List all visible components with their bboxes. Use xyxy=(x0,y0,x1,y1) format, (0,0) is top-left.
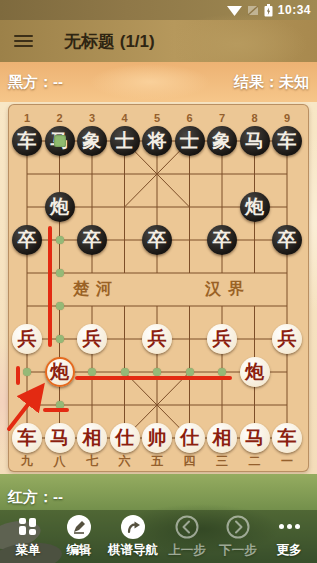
piece-red-兵[interactable]: 兵 xyxy=(77,324,107,354)
file-number-bottom: 五 xyxy=(151,453,163,470)
piece-black-卒[interactable]: 卒 xyxy=(207,225,237,255)
file-number-top: 3 xyxy=(89,112,95,124)
piece-black-炮[interactable]: 炮 xyxy=(45,192,75,222)
edit-pencil-icon xyxy=(67,515,91,539)
board-area: 123456789九八七六五四三二一 楚河 汉界 车马象士将士象马车炮炮卒卒卒卒… xyxy=(0,102,317,474)
game-record-nav-label: 棋谱导航 xyxy=(108,542,158,559)
red-player-text: 红方：-- xyxy=(8,488,63,507)
previous-step-button[interactable]: 上一步 xyxy=(165,515,209,559)
piece-red-兵[interactable]: 兵 xyxy=(142,324,172,354)
move-hint-dot[interactable] xyxy=(23,368,31,376)
piece-red-相[interactable]: 相 xyxy=(77,423,107,453)
file-number-top: 6 xyxy=(186,112,192,124)
edit-button[interactable]: 编辑 xyxy=(57,515,101,559)
game-record-nav-button[interactable]: 棋谱导航 xyxy=(108,515,158,559)
more-button[interactable]: 更多 xyxy=(267,515,311,559)
menu-button[interactable]: 菜单 xyxy=(6,515,50,559)
move-hint-dot[interactable] xyxy=(121,368,129,376)
piece-black-车[interactable]: 车 xyxy=(12,126,42,156)
file-number-bottom: 八 xyxy=(54,453,66,470)
file-number-bottom: 九 xyxy=(21,453,33,470)
file-number-bottom: 四 xyxy=(184,453,196,470)
file-number-top: 4 xyxy=(121,112,127,124)
board-grid-lines xyxy=(9,105,310,473)
hamburger-menu-icon[interactable] xyxy=(14,35,33,48)
more-dots-icon xyxy=(279,515,300,539)
piece-black-卒[interactable]: 卒 xyxy=(272,225,302,255)
piece-red-兵[interactable]: 兵 xyxy=(207,324,237,354)
piece-black-象[interactable]: 象 xyxy=(207,126,237,156)
move-hint-dot[interactable] xyxy=(56,269,64,277)
piece-red-仕[interactable]: 仕 xyxy=(110,423,140,453)
move-hint-dot[interactable] xyxy=(153,368,161,376)
piece-black-士[interactable]: 士 xyxy=(175,126,205,156)
move-hint-dot[interactable] xyxy=(56,401,64,409)
redo-arrow-icon xyxy=(121,515,145,539)
chevron-left-icon xyxy=(175,515,199,539)
piece-red-车[interactable]: 车 xyxy=(12,423,42,453)
file-number-bottom: 六 xyxy=(119,453,131,470)
bottom-toolbar: 菜单 编辑 棋谱导航 xyxy=(0,510,317,563)
chevron-right-icon xyxy=(226,515,250,539)
piece-black-卒[interactable]: 卒 xyxy=(142,225,172,255)
piece-red-炮[interactable]: 炮 xyxy=(240,357,270,387)
file-number-bottom: 二 xyxy=(249,453,261,470)
piece-red-兵[interactable]: 兵 xyxy=(272,324,302,354)
piece-red-马[interactable]: 马 xyxy=(45,423,75,453)
river-label-right: 汉界 xyxy=(205,279,251,300)
black-player-value: -- xyxy=(53,73,63,90)
black-player-text: 黑方：-- xyxy=(8,73,63,92)
piece-black-车[interactable]: 车 xyxy=(272,126,302,156)
menu-label: 菜单 xyxy=(16,542,41,559)
piece-red-兵[interactable]: 兵 xyxy=(12,324,42,354)
file-number-top: 1 xyxy=(24,112,30,124)
next-step-button[interactable]: 下一步 xyxy=(216,515,260,559)
xiangqi-app: 10:34 无标题 (1/1) 黑方：-- 结果：未知 123456789九八七… xyxy=(0,0,317,563)
piece-red-车[interactable]: 车 xyxy=(272,423,302,453)
page-title: 无标题 (1/1) xyxy=(64,30,155,53)
result-value: 未知 xyxy=(279,73,309,90)
file-number-bottom: 一 xyxy=(281,453,293,470)
edit-label: 编辑 xyxy=(67,542,92,559)
file-number-top: 2 xyxy=(56,112,62,124)
piece-red-相[interactable]: 相 xyxy=(207,423,237,453)
capture-hint-marker[interactable] xyxy=(54,135,66,147)
piece-black-将[interactable]: 将 xyxy=(142,126,172,156)
file-number-top: 5 xyxy=(154,112,160,124)
red-player-value: -- xyxy=(53,488,63,505)
more-label: 更多 xyxy=(277,542,302,559)
move-hint-dot[interactable] xyxy=(186,368,194,376)
piece-red-帅[interactable]: 帅 xyxy=(142,423,172,453)
previous-step-label: 上一步 xyxy=(168,542,206,559)
file-number-top: 9 xyxy=(284,112,290,124)
piece-red-仕[interactable]: 仕 xyxy=(175,423,205,453)
xiangqi-board[interactable]: 123456789九八七六五四三二一 楚河 汉界 车马象士将士象马车炮炮卒卒卒卒… xyxy=(8,104,309,472)
move-hint-dot[interactable] xyxy=(88,368,96,376)
piece-black-象[interactable]: 象 xyxy=(77,126,107,156)
piece-black-卒[interactable]: 卒 xyxy=(77,225,107,255)
move-hint-dot[interactable] xyxy=(56,302,64,310)
black-info-bar: 黑方：-- 结果：未知 xyxy=(0,62,317,102)
file-number-top: 8 xyxy=(251,112,257,124)
move-hint-dot[interactable] xyxy=(56,335,64,343)
piece-black-马[interactable]: 马 xyxy=(240,126,270,156)
move-hint-dot[interactable] xyxy=(218,368,226,376)
piece-black-炮[interactable]: 炮 xyxy=(240,192,270,222)
result-text: 结果：未知 xyxy=(234,73,309,92)
title-bar: 无标题 (1/1) xyxy=(0,20,317,62)
file-number-bottom: 七 xyxy=(86,453,98,470)
piece-red-炮[interactable]: 炮 xyxy=(45,357,75,387)
river-label-left: 楚河 xyxy=(73,279,119,300)
piece-black-士[interactable]: 士 xyxy=(110,126,140,156)
move-hint-dot[interactable] xyxy=(56,236,64,244)
menu-grid-icon xyxy=(19,515,37,539)
next-step-label: 下一步 xyxy=(219,542,257,559)
piece-red-马[interactable]: 马 xyxy=(240,423,270,453)
file-number-top: 7 xyxy=(219,112,225,124)
file-number-bottom: 三 xyxy=(216,453,228,470)
piece-black-卒[interactable]: 卒 xyxy=(12,225,42,255)
